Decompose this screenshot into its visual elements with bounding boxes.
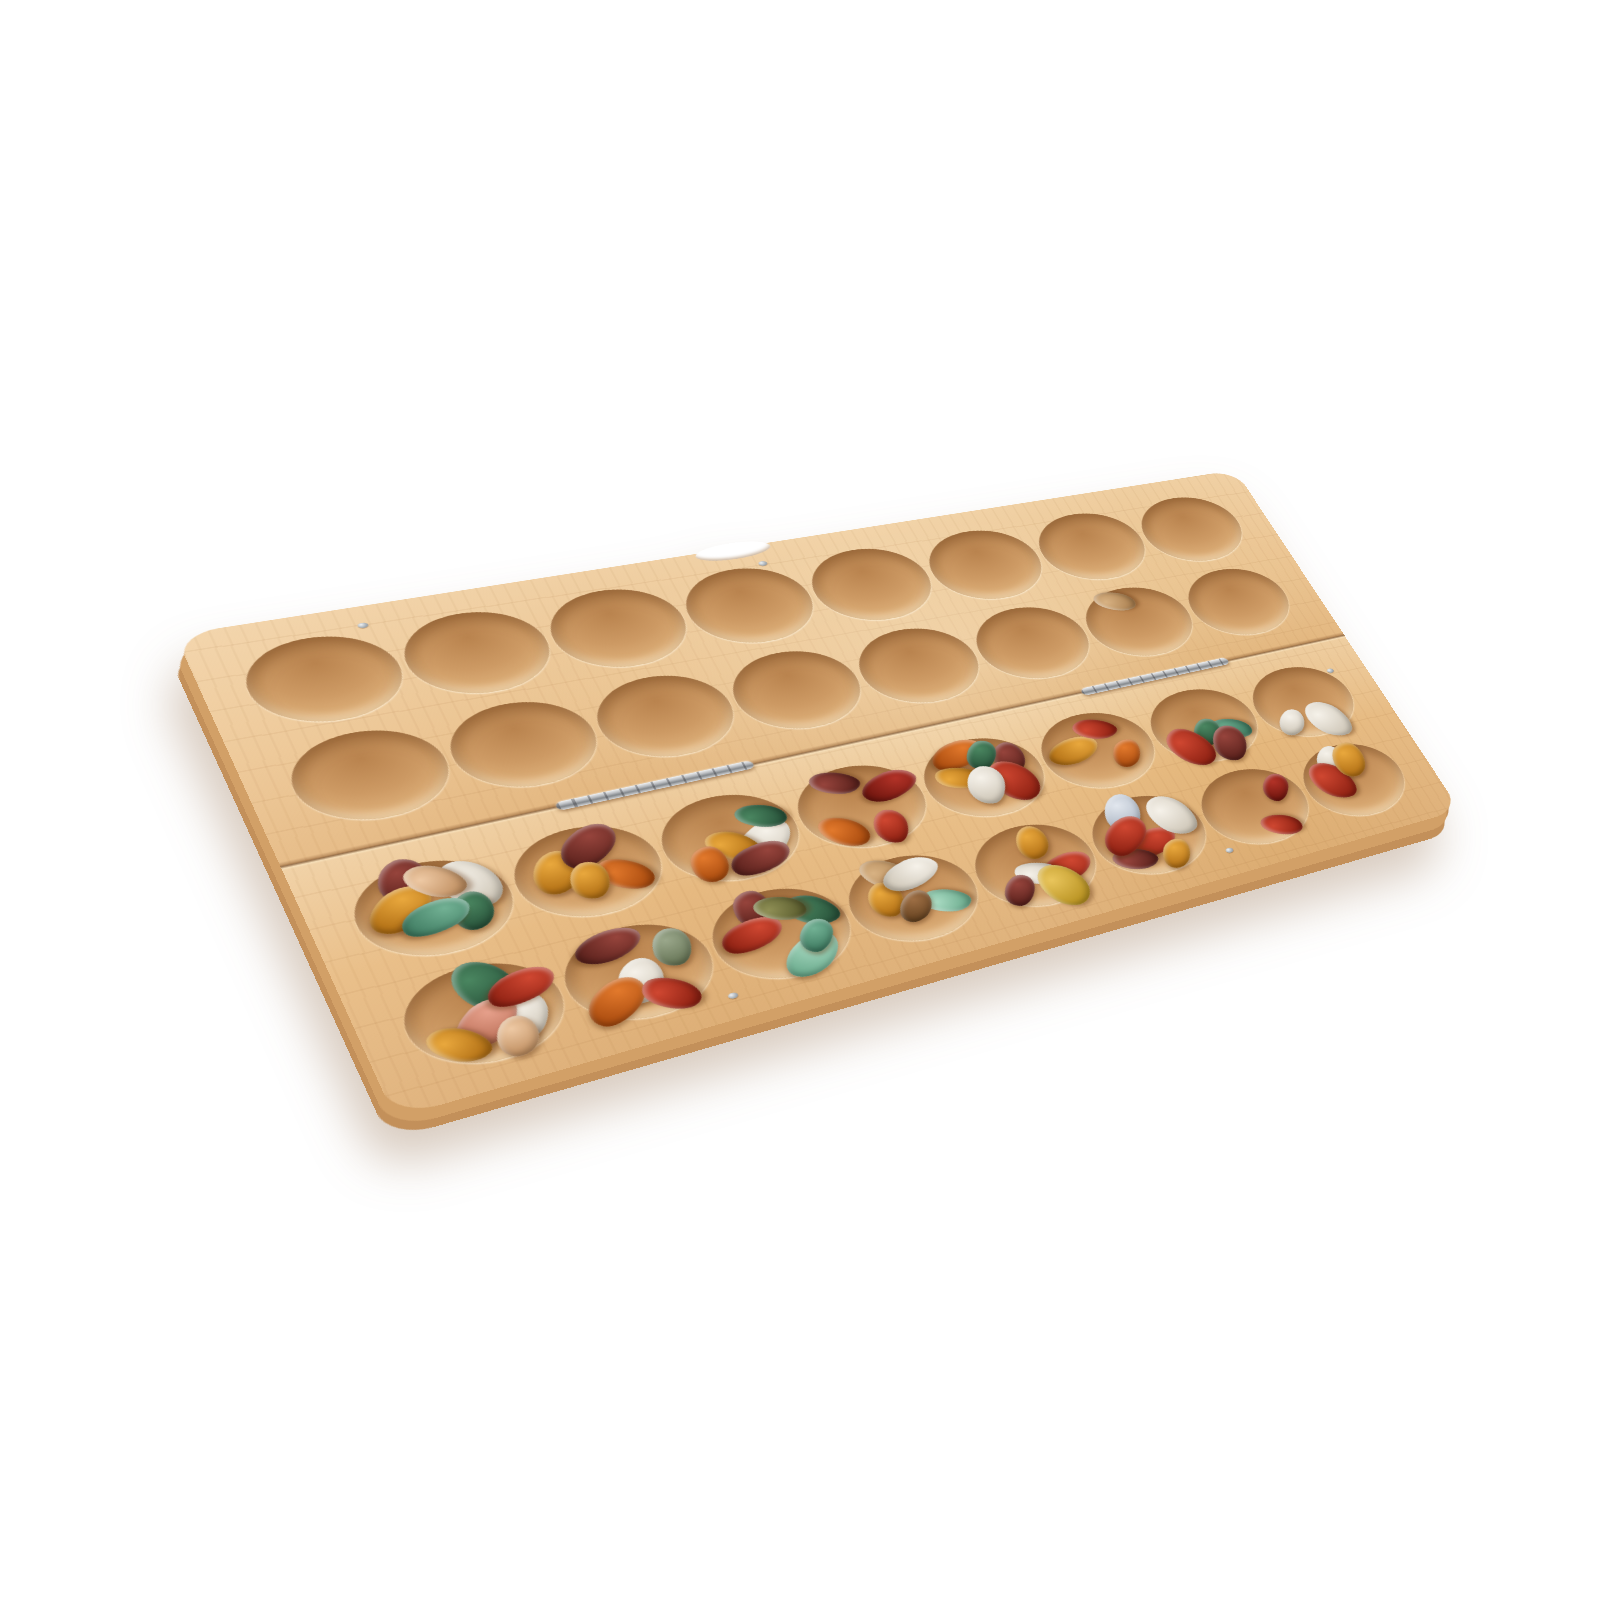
stone-red [1259,813,1303,836]
pit-r1c8[interactable] [1126,491,1257,568]
stone-amber [1011,824,1053,861]
pit-r1c2[interactable] [388,603,566,704]
pit-r1c5[interactable] [796,541,947,628]
stone-maroon [1003,874,1036,906]
pit-r2c1[interactable] [275,719,466,832]
pit-r2c4[interactable] [716,642,877,739]
stone-red [869,807,913,845]
stone-white [1279,708,1304,736]
pit-r2c5[interactable] [842,620,995,712]
magnet-dot-icon [1225,847,1235,853]
stone-white [1296,696,1360,741]
pit-r4c5[interactable] [958,813,1113,918]
pit-r2c3[interactable] [580,666,750,768]
stone-maroon [806,770,862,795]
pit-r3c6[interactable] [1024,703,1171,798]
pit-r4c4[interactable] [831,843,995,954]
pit-r2c7[interactable] [1070,580,1208,664]
stone-crimson [1262,773,1288,802]
board-wrap [0,0,1600,1600]
pit-r1c6[interactable] [913,523,1057,607]
pit-r3c3[interactable] [644,783,816,893]
pit-r3c5[interactable] [907,728,1061,827]
pit-r2c8[interactable] [1173,562,1305,643]
stone-orange [1112,738,1141,768]
magnet-dot-icon [757,561,768,567]
pit-r1c3[interactable] [534,581,702,677]
pit-r3c2[interactable] [497,814,679,930]
pit-r4c2[interactable] [547,911,731,1035]
stone-brown [898,890,934,923]
stone-amber [1162,838,1191,869]
magnet-dot-icon [727,992,739,1000]
stone-orange [809,812,878,851]
mancala-board [175,470,1460,1118]
product-photo-scene [0,0,1600,1600]
pit-r2c6[interactable] [960,599,1105,687]
magnet-dot-icon [357,622,370,629]
pit-r2c2[interactable] [434,691,614,798]
pit-r3c4[interactable] [780,755,943,860]
pit-r3c1[interactable] [337,847,531,970]
pit-r4c3[interactable] [694,876,868,993]
stone-tan [1092,590,1137,613]
stone-crimson [853,764,925,808]
pit-r4c1[interactable] [386,949,582,1080]
pit-r1c7[interactable] [1023,507,1160,587]
pit-r1c4[interactable] [670,560,829,652]
pit-r1c1[interactable] [230,627,419,734]
